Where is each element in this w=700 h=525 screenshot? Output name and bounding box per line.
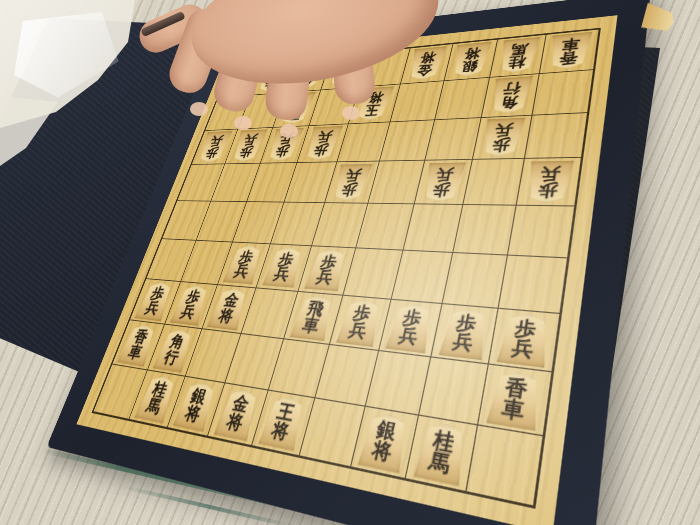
shogi-piece-sente-pawn[interactable]: 歩 兵 [438,307,491,360]
shogi-piece-sente-king[interactable]: 王 将 [258,394,308,451]
cell-r5c8[interactable] [454,205,517,255]
cell-r2c8[interactable]: 角 行 [482,74,540,118]
shogi-piece-sente-pawn[interactable]: 歩 兵 [336,298,385,347]
cell-r3c8[interactable]: 歩 兵 [473,115,533,160]
shogi-piece-sente-pawn[interactable]: 歩 兵 [262,246,306,287]
cell-r3c9[interactable] [525,113,587,159]
cell-r6c9[interactable] [499,255,567,313]
cell-r2c9[interactable] [533,70,593,115]
shogi-piece-gote-silver[interactable]: 銀 将 [450,42,492,78]
cell-r7c9[interactable]: 歩 兵 [489,308,559,372]
photo-scene: 香 車桂 馬銀 将金 将金 将銀 将桂 馬香 車飛 車玉 将角 行歩 兵歩 兵歩… [0,0,700,525]
shogi-piece-gote-pawn[interactable]: 歩 兵 [479,118,525,157]
cell-r4c8[interactable] [464,159,525,206]
fingernail [190,102,208,116]
shogi-piece-gote-knight[interactable]: 桂 馬 [496,37,540,74]
cell-r1c9[interactable]: 香 車 [540,30,599,74]
shogi-piece-sente-pawn[interactable]: 歩 兵 [496,312,552,368]
shogi-piece-sente-lance[interactable]: 香 車 [486,369,544,431]
cell-r8c8[interactable] [419,358,489,426]
fingernail [234,116,252,130]
cell-r9c9[interactable] [467,426,543,505]
fingernail [342,106,360,120]
shogi-piece-sente-pawn[interactable]: 歩 兵 [385,302,436,353]
player-hand [110,0,440,150]
shogi-piece-gote-pawn[interactable]: 歩 兵 [524,161,575,204]
shogi-piece-sente-knight[interactable]: 桂 馬 [413,420,470,486]
bag-fold [0,96,70,196]
shogi-piece-sente-rook[interactable]: 飛 車 [290,294,337,341]
fingernail [280,124,298,138]
cell-r6c8[interactable] [443,253,508,309]
cell-r5c9[interactable] [508,206,574,258]
shogi-piece-gote-bishop[interactable]: 角 行 [488,76,533,114]
shogi-piece-gote-lance[interactable]: 香 車 [546,32,592,71]
shogi-piece-gote-pawn[interactable]: 歩 兵 [330,164,373,201]
shogi-piece-sente-pawn[interactable]: 歩 兵 [304,249,350,292]
cell-r1c8[interactable]: 桂 馬 [490,35,546,78]
shogi-piece-gote-pawn[interactable]: 歩 兵 [420,162,466,201]
shogi-piece-sente-silver[interactable]: 銀 将 [357,411,411,474]
cell-r7c8[interactable]: 歩 兵 [432,304,499,365]
cell-r9c8[interactable]: 桂 馬 [406,416,478,491]
cell-r8c9[interactable]: 香 車 [478,365,551,436]
cell-r4c9[interactable]: 歩 兵 [517,158,581,206]
